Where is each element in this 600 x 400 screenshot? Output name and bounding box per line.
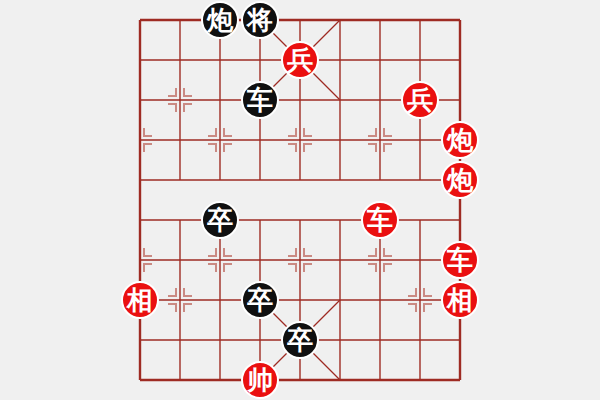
piece-black-general[interactable]: 将 xyxy=(241,1,279,39)
piece-black-soldier[interactable]: 卒 xyxy=(281,321,319,359)
piece-black-cannon[interactable]: 炮 xyxy=(201,1,239,39)
piece-red-cannon[interactable]: 炮 xyxy=(441,121,479,159)
piece-red-chariot[interactable]: 车 xyxy=(441,241,479,279)
piece-red-soldier[interactable]: 兵 xyxy=(281,41,319,79)
piece-black-soldier[interactable]: 卒 xyxy=(241,281,279,319)
piece-red-soldier[interactable]: 兵 xyxy=(401,81,439,119)
xiangqi-board[interactable]: 炮将车卒卒卒兵兵炮炮车车相相帅 xyxy=(120,0,480,400)
xiangqi-app: 炮将车卒卒卒兵兵炮炮车车相相帅 xyxy=(0,0,600,400)
piece-red-general[interactable]: 帅 xyxy=(241,361,279,399)
piece-red-cannon[interactable]: 炮 xyxy=(441,161,479,199)
piece-black-chariot[interactable]: 车 xyxy=(241,81,279,119)
piece-red-elephant[interactable]: 相 xyxy=(121,281,159,319)
piece-red-chariot[interactable]: 车 xyxy=(361,201,399,239)
piece-red-elephant[interactable]: 相 xyxy=(441,281,479,319)
piece-black-soldier[interactable]: 卒 xyxy=(201,201,239,239)
